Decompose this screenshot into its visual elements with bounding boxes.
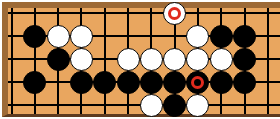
black-stone[interactable] <box>233 25 256 48</box>
black-stone[interactable] <box>163 71 186 94</box>
black-stone[interactable] <box>47 48 70 71</box>
black-stone[interactable] <box>210 71 233 94</box>
white-stone[interactable] <box>47 25 70 48</box>
white-stone[interactable] <box>210 48 233 71</box>
black-stone[interactable] <box>23 25 46 48</box>
grid-line-horizontal <box>8 12 280 14</box>
white-stone[interactable] <box>140 48 163 71</box>
white-stone[interactable] <box>70 48 93 71</box>
white-stone[interactable] <box>186 48 209 71</box>
grid-line-vertical <box>11 8 13 114</box>
black-stone[interactable] <box>210 25 233 48</box>
red-circle-marker-icon <box>191 76 204 89</box>
go-diagram-page <box>0 0 280 119</box>
grid-line-vertical <box>34 8 36 114</box>
white-stone[interactable] <box>70 25 93 48</box>
red-circle-marker-icon <box>168 7 181 20</box>
black-stone[interactable] <box>23 71 46 94</box>
grid-line-vertical <box>267 8 269 114</box>
white-stone[interactable] <box>140 94 163 117</box>
go-board[interactable] <box>2 2 280 117</box>
white-stone[interactable] <box>186 25 209 48</box>
black-stone[interactable] <box>140 71 163 94</box>
black-stone[interactable] <box>233 48 256 71</box>
black-stone[interactable] <box>117 71 140 94</box>
black-stone[interactable] <box>186 71 209 94</box>
white-stone[interactable] <box>117 48 140 71</box>
black-stone[interactable] <box>93 71 116 94</box>
white-stone[interactable] <box>186 94 209 117</box>
white-stone[interactable] <box>163 2 186 25</box>
black-stone[interactable] <box>233 71 256 94</box>
black-stone[interactable] <box>163 94 186 117</box>
grid-line-vertical <box>104 8 106 114</box>
black-stone[interactable] <box>70 71 93 94</box>
white-stone[interactable] <box>163 48 186 71</box>
